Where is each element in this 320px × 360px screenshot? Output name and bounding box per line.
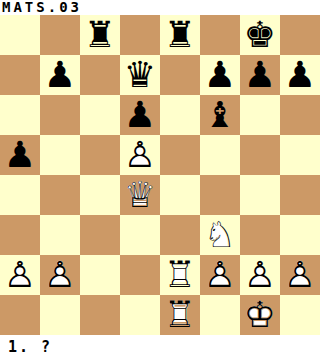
square-f3[interactable]: ♞♘ <box>200 215 240 255</box>
piece-black-pawn: ♟ <box>0 135 40 175</box>
square-b4[interactable] <box>40 175 80 215</box>
square-h1[interactable] <box>280 295 320 335</box>
square-d1[interactable] <box>120 295 160 335</box>
square-a8[interactable] <box>0 15 40 55</box>
square-e8[interactable]: ♜ <box>160 15 200 55</box>
piece-black-bishop: ♝ <box>200 95 240 135</box>
diagram-title: MATS.03 <box>0 0 320 15</box>
square-a5[interactable]: ♟ <box>0 135 40 175</box>
square-b3[interactable] <box>40 215 80 255</box>
white-piece-outline: ♖ <box>160 255 200 295</box>
square-f6[interactable]: ♝ <box>200 95 240 135</box>
square-f7[interactable]: ♟ <box>200 55 240 95</box>
square-h8[interactable] <box>280 15 320 55</box>
square-d5[interactable]: ♟♙ <box>120 135 160 175</box>
square-e7[interactable] <box>160 55 200 95</box>
square-b7[interactable]: ♟ <box>40 55 80 95</box>
square-f4[interactable] <box>200 175 240 215</box>
square-d8[interactable] <box>120 15 160 55</box>
square-d6[interactable]: ♟ <box>120 95 160 135</box>
square-c6[interactable] <box>80 95 120 135</box>
square-c8[interactable]: ♜ <box>80 15 120 55</box>
white-piece-outline: ♙ <box>280 255 320 295</box>
move-prompt: 1. ? <box>0 335 320 360</box>
piece-black-rook: ♜ <box>160 15 200 55</box>
square-c1[interactable] <box>80 295 120 335</box>
piece-white-pawn: ♟♙ <box>120 135 160 175</box>
white-piece-outline: ♙ <box>200 255 240 295</box>
piece-black-pawn: ♟ <box>120 95 160 135</box>
piece-white-pawn: ♟♙ <box>240 255 280 295</box>
square-b5[interactable] <box>40 135 80 175</box>
square-a4[interactable] <box>0 175 40 215</box>
white-piece-outline: ♙ <box>40 255 80 295</box>
square-e4[interactable] <box>160 175 200 215</box>
square-f8[interactable] <box>200 15 240 55</box>
square-e2[interactable]: ♜♖ <box>160 255 200 295</box>
piece-white-knight: ♞♘ <box>200 215 240 255</box>
square-d2[interactable] <box>120 255 160 295</box>
square-g8[interactable]: ♚ <box>240 15 280 55</box>
piece-black-pawn: ♟ <box>240 55 280 95</box>
square-c2[interactable] <box>80 255 120 295</box>
piece-black-queen: ♛ <box>120 55 160 95</box>
piece-black-king: ♚ <box>240 15 280 55</box>
square-b2[interactable]: ♟♙ <box>40 255 80 295</box>
square-h5[interactable] <box>280 135 320 175</box>
square-c7[interactable] <box>80 55 120 95</box>
square-c4[interactable] <box>80 175 120 215</box>
piece-black-pawn: ♟ <box>40 55 80 95</box>
square-h2[interactable]: ♟♙ <box>280 255 320 295</box>
piece-black-pawn: ♟ <box>280 55 320 95</box>
square-e1[interactable]: ♜♖ <box>160 295 200 335</box>
square-e5[interactable] <box>160 135 200 175</box>
square-g3[interactable] <box>240 215 280 255</box>
square-c5[interactable] <box>80 135 120 175</box>
white-piece-outline: ♘ <box>200 215 240 255</box>
piece-white-pawn: ♟♙ <box>280 255 320 295</box>
square-e3[interactable] <box>160 215 200 255</box>
square-g5[interactable] <box>240 135 280 175</box>
square-h7[interactable]: ♟ <box>280 55 320 95</box>
white-piece-outline: ♙ <box>0 255 40 295</box>
piece-white-rook: ♜♖ <box>160 255 200 295</box>
square-b6[interactable] <box>40 95 80 135</box>
piece-black-pawn: ♟ <box>200 55 240 95</box>
piece-white-queen: ♛♕ <box>120 175 160 215</box>
square-c3[interactable] <box>80 215 120 255</box>
white-piece-outline: ♙ <box>240 255 280 295</box>
square-g4[interactable] <box>240 175 280 215</box>
white-piece-outline: ♙ <box>120 135 160 175</box>
square-a2[interactable]: ♟♙ <box>0 255 40 295</box>
square-d3[interactable] <box>120 215 160 255</box>
square-g1[interactable]: ♚♔ <box>240 295 280 335</box>
square-h3[interactable] <box>280 215 320 255</box>
chess-board: ♜♜♚♟♛♟♟♟♟♝♟♟♙♛♕♞♘♟♙♟♙♜♖♟♙♟♙♟♙♜♖♚♔ <box>0 15 320 335</box>
square-g7[interactable]: ♟ <box>240 55 280 95</box>
square-e6[interactable] <box>160 95 200 135</box>
square-f2[interactable]: ♟♙ <box>200 255 240 295</box>
square-h6[interactable] <box>280 95 320 135</box>
square-a7[interactable] <box>0 55 40 95</box>
white-piece-outline: ♖ <box>160 295 200 335</box>
piece-white-rook: ♜♖ <box>160 295 200 335</box>
square-a3[interactable] <box>0 215 40 255</box>
square-b1[interactable] <box>40 295 80 335</box>
piece-white-pawn: ♟♙ <box>0 255 40 295</box>
square-h4[interactable] <box>280 175 320 215</box>
square-d7[interactable]: ♛ <box>120 55 160 95</box>
square-f5[interactable] <box>200 135 240 175</box>
white-piece-outline: ♔ <box>240 295 280 335</box>
square-g2[interactable]: ♟♙ <box>240 255 280 295</box>
square-a6[interactable] <box>0 95 40 135</box>
square-f1[interactable] <box>200 295 240 335</box>
square-a1[interactable] <box>0 295 40 335</box>
piece-white-king: ♚♔ <box>240 295 280 335</box>
piece-black-rook: ♜ <box>80 15 120 55</box>
white-piece-outline: ♕ <box>120 175 160 215</box>
square-g6[interactable] <box>240 95 280 135</box>
square-d4[interactable]: ♛♕ <box>120 175 160 215</box>
square-b8[interactable] <box>40 15 80 55</box>
piece-white-pawn: ♟♙ <box>200 255 240 295</box>
piece-white-pawn: ♟♙ <box>40 255 80 295</box>
